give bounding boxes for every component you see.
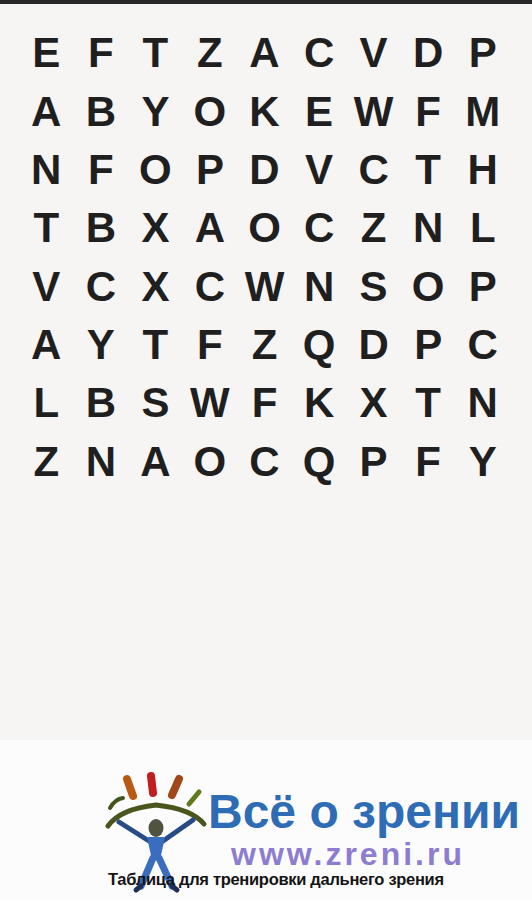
grid-cell-r6c2: Y: [74, 316, 129, 374]
grid-cell-r3c4: P: [183, 141, 238, 199]
grid-cell-r6c8: P: [401, 316, 456, 374]
grid-cell-r5c8: O: [401, 258, 456, 316]
grid-cell-r1c4: Z: [183, 24, 238, 82]
grid-cell-r4c6: C: [292, 199, 347, 257]
page: { "game": "letter-chart (vision-training…: [0, 0, 532, 900]
grid-cell-r1c2: F: [74, 24, 129, 82]
chart-caption: Таблица для тренировки дальнего зрения: [108, 870, 448, 890]
grid-cell-r2c3: Y: [128, 82, 183, 140]
grid-cell-r8c2: N: [74, 433, 129, 491]
grid-cell-r6c6: Q: [292, 316, 347, 374]
grid-cell-r6c3: T: [128, 316, 183, 374]
grid-cell-r2c2: B: [74, 82, 129, 140]
grid-cell-r2c9: M: [455, 82, 510, 140]
grid-cell-r7c3: S: [128, 374, 183, 432]
grid-cell-r1c9: P: [455, 24, 510, 82]
site-url: www.zreni.ru: [231, 838, 511, 870]
grid-cell-r8c7: P: [346, 433, 401, 491]
grid-cell-r1c1: E: [19, 24, 74, 82]
grid-cell-r7c6: K: [292, 374, 347, 432]
grid-cell-r4c9: L: [455, 199, 510, 257]
grid-cell-r4c4: A: [183, 199, 238, 257]
grid-cell-r4c2: B: [74, 199, 129, 257]
grid-cell-r1c5: A: [237, 24, 292, 82]
grid-cell-r6c9: C: [455, 316, 510, 374]
grid-cell-r8c8: F: [401, 433, 456, 491]
grid-cell-r1c3: T: [128, 24, 183, 82]
grid-cell-r5c4: C: [183, 258, 238, 316]
grid-cell-r2c4: O: [183, 82, 238, 140]
grid-cell-r3c5: D: [237, 141, 292, 199]
grid-cell-r6c7: D: [346, 316, 401, 374]
grid-cell-r5c2: C: [74, 258, 129, 316]
grid-cell-r7c5: F: [237, 374, 292, 432]
grid-cell-r8c5: C: [237, 433, 292, 491]
grid-cell-r2c7: W: [346, 82, 401, 140]
footer: Всё о зрении www.zreni.ru Таблица для тр…: [0, 740, 532, 900]
grid-cell-r1c7: V: [346, 24, 401, 82]
grid-cell-r8c6: Q: [292, 433, 347, 491]
grid-cell-r4c7: Z: [346, 199, 401, 257]
grid-cell-r8c1: Z: [19, 433, 74, 491]
grid-cell-r4c8: N: [401, 199, 456, 257]
grid-cell-r7c7: X: [346, 374, 401, 432]
top-edge-bar: [0, 0, 532, 4]
grid-cell-r5c6: N: [292, 258, 347, 316]
grid-cell-r6c4: F: [183, 316, 238, 374]
grid-cell-r6c5: Z: [237, 316, 292, 374]
grid-cell-r7c9: N: [455, 374, 510, 432]
grid-cell-r1c8: D: [401, 24, 456, 82]
grid-cell-r7c1: L: [19, 374, 74, 432]
grid-cell-r5c3: X: [128, 258, 183, 316]
grid-cell-r3c1: N: [19, 141, 74, 199]
grid-cell-r2c8: F: [401, 82, 456, 140]
grid-cell-r4c3: X: [128, 199, 183, 257]
grid-cell-r8c9: Y: [455, 433, 510, 491]
grid-cell-r2c1: A: [19, 82, 74, 140]
grid-cell-r5c5: W: [237, 258, 292, 316]
grid-cell-r8c4: O: [183, 433, 238, 491]
grid-cell-r5c7: S: [346, 258, 401, 316]
grid-cell-r5c9: P: [455, 258, 510, 316]
letter-grid: EFTZACVDPABYOKEWFMNFOPDVCTHTBXAOCZNLVCXC…: [19, 24, 510, 491]
grid-cell-r3c7: C: [346, 141, 401, 199]
grid-cell-r3c3: O: [128, 141, 183, 199]
grid-cell-r2c6: E: [292, 82, 347, 140]
grid-cell-r7c4: W: [183, 374, 238, 432]
grid-cell-r5c1: V: [19, 258, 74, 316]
grid-cell-r1c6: C: [292, 24, 347, 82]
grid-cell-r4c1: T: [19, 199, 74, 257]
grid-cell-r4c5: O: [237, 199, 292, 257]
grid-cell-r3c8: T: [401, 141, 456, 199]
grid-cell-r3c2: F: [74, 141, 129, 199]
grid-cell-r7c2: B: [74, 374, 129, 432]
grid-cell-r2c5: K: [237, 82, 292, 140]
grid-cell-r8c3: A: [128, 433, 183, 491]
grid-cell-r7c8: T: [401, 374, 456, 432]
grid-cell-r6c1: A: [19, 316, 74, 374]
site-title: Всё о зрении: [208, 788, 508, 836]
grid-cell-r3c9: H: [455, 141, 510, 199]
grid-cell-r3c6: V: [292, 141, 347, 199]
